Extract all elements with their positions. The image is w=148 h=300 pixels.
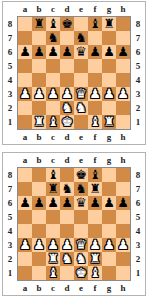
square-h5 [116, 59, 130, 73]
piece-white-pawn: ♟ [33, 87, 45, 101]
rank-label-column-left: 87654321 [3, 16, 17, 130]
square-b5 [32, 59, 46, 73]
rank-label-7: 7 [3, 31, 17, 45]
rank-label-1: 1 [3, 115, 17, 129]
square-h3: ♟ [116, 87, 130, 101]
piece-black-pawn: ♟ [47, 196, 59, 210]
piece-white-pawn: ♟ [89, 238, 101, 252]
piece-white-bishop: ♝ [89, 266, 101, 280]
square-b7 [32, 182, 46, 196]
square-a2 [18, 252, 32, 266]
square-c4 [46, 73, 60, 87]
square-b1 [32, 266, 46, 280]
piece-black-knight: ♞ [75, 182, 87, 196]
square-g7 [102, 31, 116, 45]
rank-label-4: 4 [131, 73, 145, 87]
square-a7 [18, 182, 32, 196]
file-label-row-top: abcdefgh [3, 153, 145, 167]
square-f5 [88, 210, 102, 224]
bottom-board-grid: ♝♚♝♜♞♞♜♟♟♟♟♛♟♟♟♟♟♟♟♛♟♟♟♜♞♞♜♝♚♝ [17, 167, 131, 281]
file-label-f: f [88, 281, 102, 295]
piece-white-knight: ♞ [61, 252, 73, 266]
file-label-a: a [18, 2, 32, 16]
square-a6: ♟ [18, 45, 32, 59]
square-d1: ♚ [60, 115, 74, 129]
file-label-e: e [74, 2, 88, 16]
piece-white-king: ♚ [61, 115, 73, 129]
rank-label-3: 3 [3, 87, 17, 101]
rank-label-2: 2 [3, 101, 17, 115]
square-h7 [116, 182, 130, 196]
square-h2 [116, 101, 130, 115]
piece-white-king: ♚ [75, 266, 87, 280]
square-c8: ♝ [46, 17, 60, 31]
square-b8: ♜ [32, 17, 46, 31]
square-c8: ♝ [46, 168, 60, 182]
square-d7: ♞ [60, 182, 74, 196]
file-label-f: f [88, 130, 102, 144]
square-b6: ♟ [32, 196, 46, 210]
square-e2: ♞ [74, 101, 88, 115]
square-h4 [116, 73, 130, 87]
top-board-grid: ♜♝♚♝♜♞♞♟♟♟♟♛♟♟♟♟♟♟♟♛♟♟♟♞♞♜♝♚♝♜ [17, 16, 131, 130]
square-f2 [88, 101, 102, 115]
square-e4 [74, 73, 88, 87]
square-b5 [32, 210, 46, 224]
square-e8 [74, 17, 88, 31]
piece-white-pawn: ♟ [47, 238, 59, 252]
square-f6: ♟ [88, 196, 102, 210]
file-label-d: d [60, 281, 74, 295]
rank-label-5: 5 [131, 59, 145, 73]
square-a1 [18, 266, 32, 280]
piece-black-king: ♚ [61, 17, 73, 31]
piece-white-rook: ♜ [103, 115, 115, 129]
piece-black-pawn: ♟ [19, 45, 31, 59]
square-b8 [32, 168, 46, 182]
square-f4 [88, 73, 102, 87]
square-g5 [102, 210, 116, 224]
corner-spacer [130, 281, 145, 295]
square-f8: ♝ [88, 168, 102, 182]
square-d5 [60, 210, 74, 224]
piece-black-pawn: ♟ [61, 196, 73, 210]
piece-black-pawn: ♟ [33, 45, 45, 59]
rank-label-7: 7 [3, 182, 17, 196]
square-c7: ♜ [46, 182, 60, 196]
file-label-a: a [18, 130, 32, 144]
rank-label-8: 8 [131, 17, 145, 31]
square-c3: ♟ [46, 238, 60, 252]
square-g8 [102, 168, 116, 182]
square-c5 [46, 59, 60, 73]
piece-white-pawn: ♟ [61, 87, 73, 101]
square-f3: ♟ [88, 238, 102, 252]
square-a4 [18, 224, 32, 238]
square-f2: ♜ [88, 252, 102, 266]
square-g1: ♜ [102, 115, 116, 129]
rank-label-6: 6 [3, 45, 17, 59]
square-g4 [102, 73, 116, 87]
square-d4 [60, 224, 74, 238]
piece-white-pawn: ♟ [103, 238, 115, 252]
square-f4 [88, 224, 102, 238]
chess-diagram-1: abcdefgh87654321♜♝♚♝♜♞♞♟♟♟♟♛♟♟♟♟♟♟♟♛♟♟♟♞… [2, 1, 146, 145]
file-label-h: h [116, 2, 130, 16]
file-label-c: c [46, 130, 60, 144]
square-d8: ♚ [60, 17, 74, 31]
file-label-row-bottom: abcdefgh [3, 130, 145, 144]
square-a3: ♟ [18, 238, 32, 252]
square-f7: ♜ [88, 182, 102, 196]
rank-label-8: 8 [3, 168, 17, 182]
square-e6: ♛ [74, 45, 88, 59]
square-f7 [88, 31, 102, 45]
square-d1 [60, 266, 74, 280]
square-c2: ♜ [46, 252, 60, 266]
piece-black-pawn: ♟ [89, 196, 101, 210]
piece-black-knight: ♞ [75, 31, 87, 45]
square-f6: ♟ [88, 45, 102, 59]
square-f1: ♝ [88, 266, 102, 280]
piece-black-knight: ♞ [47, 31, 59, 45]
file-label-d: d [60, 2, 74, 16]
rank-label-column-right: 87654321 [131, 167, 145, 281]
square-h6: ♟ [116, 196, 130, 210]
chess-diagram-stack: abcdefgh87654321♜♝♚♝♜♞♞♟♟♟♟♛♟♟♟♟♟♟♟♛♟♟♟♞… [0, 0, 148, 296]
rank-label-7: 7 [131, 182, 145, 196]
corner-spacer [3, 281, 18, 295]
file-label-b: b [32, 2, 46, 16]
rank-label-1: 1 [131, 266, 145, 280]
square-e4 [74, 224, 88, 238]
piece-white-bishop: ♝ [47, 266, 59, 280]
rank-label-2: 2 [131, 101, 145, 115]
square-b3: ♟ [32, 87, 46, 101]
piece-black-pawn: ♟ [47, 45, 59, 59]
square-c3: ♟ [46, 87, 60, 101]
file-label-a: a [18, 153, 32, 167]
file-label-e: e [74, 281, 88, 295]
rank-label-1: 1 [131, 115, 145, 129]
square-f8: ♝ [88, 17, 102, 31]
piece-black-pawn: ♟ [33, 196, 45, 210]
piece-white-queen: ♛ [75, 87, 87, 101]
rank-label-4: 4 [3, 224, 17, 238]
square-b6: ♟ [32, 45, 46, 59]
square-e7: ♞ [74, 31, 88, 45]
chess-diagram-2: abcdefgh87654321♝♚♝♜♞♞♜♟♟♟♟♛♟♟♟♟♟♟♟♛♟♟♟♜… [2, 152, 146, 296]
piece-white-pawn: ♟ [103, 87, 115, 101]
square-e6: ♛ [74, 196, 88, 210]
file-label-g: g [102, 153, 116, 167]
piece-white-pawn: ♟ [19, 238, 31, 252]
square-d7 [60, 31, 74, 45]
square-h4 [116, 224, 130, 238]
file-label-b: b [32, 130, 46, 144]
file-label-h: h [116, 281, 130, 295]
piece-white-pawn: ♟ [89, 87, 101, 101]
square-c4 [46, 224, 60, 238]
corner-spacer [130, 2, 145, 16]
piece-black-rook: ♜ [33, 17, 45, 31]
square-d4 [60, 73, 74, 87]
file-label-b: b [32, 153, 46, 167]
file-label-b: b [32, 281, 46, 295]
file-label-g: g [102, 281, 116, 295]
piece-black-bishop: ♝ [47, 17, 59, 31]
file-label-row-bottom: abcdefgh [3, 281, 145, 295]
piece-white-bishop: ♝ [89, 115, 101, 129]
rank-label-6: 6 [131, 45, 145, 59]
square-g3: ♟ [102, 87, 116, 101]
file-label-c: c [46, 153, 60, 167]
piece-black-bishop: ♝ [89, 17, 101, 31]
square-d2: ♞ [60, 101, 74, 115]
corner-spacer [130, 153, 145, 167]
square-a6: ♟ [18, 196, 32, 210]
piece-white-pawn: ♟ [117, 238, 129, 252]
piece-white-pawn: ♟ [117, 87, 129, 101]
square-c2 [46, 101, 60, 115]
piece-white-rook: ♜ [47, 252, 59, 266]
piece-white-queen: ♛ [75, 238, 87, 252]
piece-black-pawn: ♟ [117, 196, 129, 210]
piece-black-rook: ♜ [47, 182, 59, 196]
square-g8: ♜ [102, 17, 116, 31]
square-h2 [116, 252, 130, 266]
rank-label-5: 5 [3, 210, 17, 224]
square-a7 [18, 31, 32, 45]
corner-spacer [130, 130, 145, 144]
square-g3: ♟ [102, 238, 116, 252]
file-label-c: c [46, 281, 60, 295]
rank-label-3: 3 [131, 87, 145, 101]
square-a2 [18, 101, 32, 115]
square-b3: ♟ [32, 238, 46, 252]
piece-black-rook: ♜ [103, 17, 115, 31]
rank-label-column-right: 87654321 [131, 16, 145, 130]
piece-white-knight: ♞ [61, 101, 73, 115]
square-h7 [116, 31, 130, 45]
rank-label-8: 8 [131, 168, 145, 182]
square-g4 [102, 224, 116, 238]
rank-label-column-left: 87654321 [3, 167, 17, 281]
square-h3: ♟ [116, 238, 130, 252]
square-c6: ♟ [46, 196, 60, 210]
square-h1 [116, 115, 130, 129]
square-f5 [88, 59, 102, 73]
rank-label-3: 3 [131, 238, 145, 252]
square-c1: ♝ [46, 115, 60, 129]
square-d6: ♟ [60, 45, 74, 59]
square-g7 [102, 182, 116, 196]
square-g5 [102, 59, 116, 73]
piece-white-knight: ♞ [75, 101, 87, 115]
square-f3: ♟ [88, 87, 102, 101]
square-e5 [74, 210, 88, 224]
file-label-d: d [60, 130, 74, 144]
rank-label-2: 2 [3, 252, 17, 266]
file-label-row-top: abcdefgh [3, 2, 145, 16]
square-e3: ♛ [74, 238, 88, 252]
file-label-a: a [18, 281, 32, 295]
square-c6: ♟ [46, 45, 60, 59]
piece-black-king: ♚ [75, 168, 87, 182]
file-label-d: d [60, 153, 74, 167]
square-e7: ♞ [74, 182, 88, 196]
piece-black-bishop: ♝ [47, 168, 59, 182]
square-g1 [102, 266, 116, 280]
rank-label-6: 6 [131, 196, 145, 210]
square-h6: ♟ [116, 45, 130, 59]
square-h5 [116, 210, 130, 224]
piece-black-pawn: ♟ [103, 196, 115, 210]
piece-white-rook: ♜ [89, 252, 101, 266]
rank-label-3: 3 [3, 238, 17, 252]
piece-black-pawn: ♟ [117, 45, 129, 59]
file-label-g: g [102, 2, 116, 16]
square-h8 [116, 168, 130, 182]
square-g2 [102, 101, 116, 115]
square-g6: ♟ [102, 196, 116, 210]
piece-black-queen: ♛ [75, 196, 87, 210]
square-a8 [18, 17, 32, 31]
square-b4 [32, 73, 46, 87]
rank-label-2: 2 [131, 252, 145, 266]
file-label-e: e [74, 130, 88, 144]
square-e2: ♞ [74, 252, 88, 266]
square-e3: ♛ [74, 87, 88, 101]
square-e8: ♚ [74, 168, 88, 182]
square-b7 [32, 31, 46, 45]
square-b1: ♜ [32, 115, 46, 129]
rank-label-1: 1 [3, 266, 17, 280]
rank-label-4: 4 [131, 224, 145, 238]
rank-label-7: 7 [131, 31, 145, 45]
piece-black-pawn: ♟ [89, 45, 101, 59]
file-label-f: f [88, 2, 102, 16]
square-g2 [102, 252, 116, 266]
square-d6: ♟ [60, 196, 74, 210]
square-c1: ♝ [46, 266, 60, 280]
piece-black-queen: ♛ [75, 45, 87, 59]
square-a4 [18, 73, 32, 87]
file-label-g: g [102, 130, 116, 144]
file-label-h: h [116, 130, 130, 144]
square-f1: ♝ [88, 115, 102, 129]
piece-white-rook: ♜ [33, 115, 45, 129]
square-a5 [18, 59, 32, 73]
rank-label-4: 4 [3, 73, 17, 87]
square-e5 [74, 59, 88, 73]
file-label-e: e [74, 153, 88, 167]
square-e1: ♚ [74, 266, 88, 280]
square-b4 [32, 224, 46, 238]
square-d2: ♞ [60, 252, 74, 266]
square-e1 [74, 115, 88, 129]
file-label-h: h [116, 153, 130, 167]
rank-label-8: 8 [3, 17, 17, 31]
piece-black-bishop: ♝ [89, 168, 101, 182]
piece-white-pawn: ♟ [33, 238, 45, 252]
rank-label-5: 5 [3, 59, 17, 73]
file-label-f: f [88, 153, 102, 167]
square-d3: ♟ [60, 87, 74, 101]
corner-spacer [3, 130, 18, 144]
square-b2 [32, 252, 46, 266]
square-a5 [18, 210, 32, 224]
square-h1 [116, 266, 130, 280]
rank-label-5: 5 [131, 210, 145, 224]
piece-black-rook: ♜ [89, 182, 101, 196]
piece-white-bishop: ♝ [47, 115, 59, 129]
corner-spacer [3, 153, 18, 167]
square-d3: ♟ [60, 238, 74, 252]
square-g6: ♟ [102, 45, 116, 59]
piece-black-pawn: ♟ [19, 196, 31, 210]
piece-white-pawn: ♟ [47, 87, 59, 101]
piece-black-pawn: ♟ [103, 45, 115, 59]
piece-black-pawn: ♟ [61, 45, 73, 59]
square-h8 [116, 17, 130, 31]
square-d5 [60, 59, 74, 73]
square-a3: ♟ [18, 87, 32, 101]
file-label-c: c [46, 2, 60, 16]
corner-spacer [3, 2, 18, 16]
square-a8 [18, 168, 32, 182]
square-a1 [18, 115, 32, 129]
square-b2 [32, 101, 46, 115]
square-c7: ♞ [46, 31, 60, 45]
rank-label-6: 6 [3, 196, 17, 210]
square-d8 [60, 168, 74, 182]
piece-white-pawn: ♟ [61, 238, 73, 252]
piece-white-pawn: ♟ [19, 87, 31, 101]
piece-white-knight: ♞ [75, 252, 87, 266]
piece-black-knight: ♞ [61, 182, 73, 196]
square-c5 [46, 210, 60, 224]
